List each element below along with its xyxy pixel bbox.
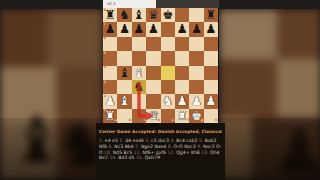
- square-d5[interactable]: [146, 51, 160, 65]
- square-h5[interactable]: [204, 51, 218, 65]
- white-move: Bc4: [176, 138, 186, 143]
- square-g4[interactable]: [189, 66, 203, 80]
- black-king: ♚: [161, 8, 175, 22]
- white-move: e4: [105, 138, 112, 143]
- square-e7[interactable]: [161, 22, 175, 36]
- square-d2[interactable]: [146, 94, 160, 108]
- square-a4[interactable]: 4: [103, 66, 117, 80]
- square-b7[interactable]: ♟: [117, 22, 131, 36]
- black-pawn: ♟: [103, 22, 117, 36]
- black-pawn: ♟: [117, 22, 131, 36]
- square-f6[interactable]: [175, 37, 189, 51]
- square-e3[interactable]: [161, 80, 175, 94]
- square-f2[interactable]: ♟: [175, 94, 189, 108]
- square-a1[interactable]: 1a♜: [103, 109, 117, 123]
- square-b2[interactable]: ♝: [117, 94, 131, 108]
- square-c6[interactable]: [132, 37, 146, 51]
- square-c4[interactable]: ♝: [132, 66, 146, 80]
- white-rook: ♜: [103, 109, 117, 123]
- white-move: Nge2: [141, 144, 155, 149]
- white-move: Bxb2: [205, 138, 217, 143]
- file-label-c: c: [143, 119, 145, 122]
- white-bishop: ♝: [117, 94, 131, 108]
- square-e4[interactable]: [161, 66, 175, 80]
- black-move: gxf6: [156, 150, 168, 155]
- square-e6[interactable]: [161, 37, 175, 51]
- tab-label: v2.1: [107, 1, 116, 6]
- square-f8[interactable]: [175, 8, 189, 22]
- square-h8[interactable]: ♜: [204, 8, 218, 22]
- square-h4[interactable]: [204, 66, 218, 80]
- black-rook: ♜: [103, 8, 117, 22]
- black-move: exd4: [132, 138, 145, 143]
- white-knight: ♞: [161, 94, 175, 108]
- rank-label-5: 5: [104, 52, 106, 55]
- square-b3[interactable]: [117, 80, 131, 94]
- video-caption: Center Game Accepted: Danish Accepted, C…: [96, 123, 225, 180]
- black-pawn: ♟: [204, 22, 218, 36]
- square-h7[interactable]: ♟: [204, 22, 218, 36]
- rank-label-4: 4: [104, 66, 106, 69]
- white-move: Qh4: [210, 150, 219, 155]
- move-list: 1. e4 e5 2. d4 exd4 3. c3 dxc3 4. Bc4 cx…: [99, 138, 222, 162]
- square-a3[interactable]: 3: [103, 80, 117, 94]
- square-a8[interactable]: 8♜: [103, 8, 117, 22]
- move-number: 14.: [109, 155, 118, 160]
- white-move: Nd5: [113, 150, 124, 155]
- square-a2[interactable]: 2♟: [103, 94, 117, 108]
- black-pawn: ♟: [132, 22, 146, 36]
- white-move: Qg4+: [176, 150, 191, 155]
- move-number: 13.: [201, 150, 210, 155]
- square-f3[interactable]: [175, 80, 189, 94]
- black-rook: ♜: [204, 8, 218, 22]
- white-move: Nc3: [114, 144, 124, 149]
- square-g7[interactable]: ♟: [189, 22, 203, 36]
- square-a5[interactable]: 5: [103, 51, 117, 65]
- square-c5[interactable]: [132, 51, 146, 65]
- square-a6[interactable]: 6: [103, 37, 117, 51]
- white-king: ♚: [189, 109, 203, 123]
- file-label-e: e: [172, 119, 174, 122]
- blurred-left-background: ♝ ♞: [0, 0, 103, 180]
- square-d1[interactable]: d♛: [146, 109, 160, 123]
- chess-board[interactable]: 8♜♞♝♛♚♜7♟♟♟♟♟♟♟654♝♝3♞2♟♝♞♟♟♟1a♜bcd♛ef♜g…: [103, 8, 218, 123]
- black-bishop: ♝: [117, 66, 131, 80]
- black-move: Bc5: [124, 150, 134, 155]
- square-d4[interactable]: [146, 66, 160, 80]
- square-g2[interactable]: ♟: [189, 94, 203, 108]
- square-d7[interactable]: ♟: [146, 22, 160, 36]
- white-move: Qxh7#: [145, 155, 161, 160]
- black-pawn: ♟: [189, 22, 203, 36]
- white-pawn: ♟: [103, 94, 117, 108]
- square-d6[interactable]: [146, 37, 160, 51]
- square-c1[interactable]: c: [132, 109, 146, 123]
- blurred-right-background: ♟: [219, 0, 320, 180]
- square-g8[interactable]: [189, 8, 203, 22]
- black-move: Be7: [99, 155, 109, 160]
- white-bishop: ♝: [132, 66, 146, 80]
- black-move: d5: [129, 155, 136, 160]
- white-pawn: ♟: [204, 94, 218, 108]
- white-move: Nxc3: [203, 144, 216, 149]
- black-move: Nxe4: [155, 144, 168, 149]
- square-h1[interactable]: h: [204, 109, 218, 123]
- square-a7[interactable]: 7♟: [103, 22, 117, 36]
- black-knight: ♞: [117, 8, 131, 22]
- square-e2[interactable]: ♞: [161, 94, 175, 108]
- black-move: dxc3: [158, 138, 170, 143]
- square-g6[interactable]: [189, 37, 203, 51]
- move-number: 10.: [104, 150, 113, 155]
- black-pawn: ♟: [146, 22, 160, 36]
- square-d8[interactable]: ♛: [146, 8, 160, 22]
- black-move: Kh8: [191, 150, 201, 155]
- square-f7[interactable]: ♟: [175, 22, 189, 36]
- white-rook: ♜: [175, 109, 189, 123]
- square-f1[interactable]: f♜: [175, 109, 189, 123]
- square-e8[interactable]: ♚: [161, 8, 175, 22]
- black-move: Nxc3: [184, 144, 197, 149]
- square-g5[interactable]: [189, 51, 203, 65]
- black-queen: ♛: [146, 8, 160, 22]
- black-move: Bb4: [125, 144, 135, 149]
- video-frame: { "game": "chess", "position": { "fen": …: [0, 0, 320, 180]
- square-f4[interactable]: [175, 66, 189, 80]
- file-label-b: b: [129, 119, 131, 122]
- white-move: c3: [151, 138, 158, 143]
- black-move: cxb2: [186, 138, 199, 143]
- white-move: O-O: [174, 144, 185, 149]
- square-g3[interactable]: [189, 80, 203, 94]
- square-h3[interactable]: [204, 80, 218, 94]
- white-pawn: ♟: [189, 94, 203, 108]
- opening-name: Center Game Accepted: Danish Accepted, C…: [99, 129, 222, 134]
- square-c8[interactable]: ♝: [132, 8, 146, 22]
- white-pawn: ♟: [175, 94, 189, 108]
- square-b4[interactable]: ♝: [117, 66, 131, 80]
- square-b5[interactable]: [117, 51, 131, 65]
- square-b8[interactable]: ♞: [117, 8, 131, 22]
- square-h2[interactable]: ♟: [204, 94, 218, 108]
- square-f5[interactable]: [175, 51, 189, 65]
- square-c2[interactable]: [132, 94, 146, 108]
- square-b1[interactable]: b: [117, 109, 131, 123]
- square-e5[interactable]: [161, 51, 175, 65]
- black-pawn: ♟: [175, 22, 189, 36]
- rank-label-3: 3: [104, 81, 106, 84]
- move-number: 15.: [136, 155, 145, 160]
- square-b6[interactable]: [117, 37, 131, 51]
- black-knight: ♞: [132, 80, 146, 94]
- rank-label-6: 6: [104, 37, 106, 40]
- square-c3[interactable]: ♞: [132, 80, 146, 94]
- square-h6[interactable]: [204, 37, 218, 51]
- square-d3[interactable]: [146, 80, 160, 94]
- white-move: Bd3: [118, 155, 128, 160]
- black-bishop: ♝: [132, 8, 146, 22]
- white-move: Nf6+: [142, 150, 155, 155]
- move-number: 12.: [167, 150, 176, 155]
- white-queen: ♛: [146, 109, 160, 123]
- square-e1[interactable]: e: [161, 109, 175, 123]
- file-label-h: h: [215, 119, 217, 122]
- square-c7[interactable]: ♟: [132, 22, 146, 36]
- square-g1[interactable]: g♚: [189, 109, 203, 123]
